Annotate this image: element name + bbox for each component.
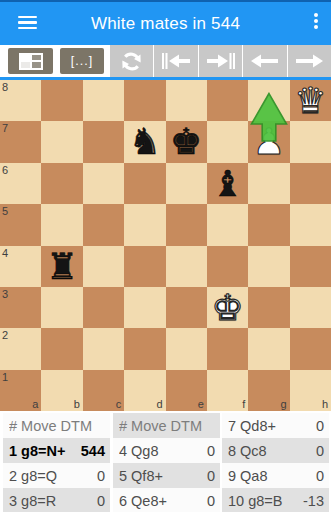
square-c2[interactable] [83, 328, 124, 369]
move-table-3: 7 Qd8+08 Qc809 Qa8010 g8=B-13 [222, 413, 329, 512]
rank-label: 1 [2, 372, 8, 383]
white-king-f3[interactable]: ♚ [207, 287, 248, 328]
square-g4[interactable] [248, 246, 289, 287]
square-g5[interactable] [248, 204, 289, 245]
move-row-6[interactable]: 6 Qe8+0 [113, 488, 220, 512]
go-to-end-button[interactable] [199, 45, 243, 77]
square-e8[interactable] [166, 80, 207, 121]
move-row-5[interactable]: 5 Qf8+0 [113, 463, 220, 488]
file-label: g [281, 399, 287, 410]
navigation-bar [110, 45, 331, 77]
rank-label: 2 [2, 330, 8, 341]
arrow-right-icon [294, 52, 324, 70]
rank-label: 7 [2, 123, 8, 134]
overflow-menu-icon[interactable] [311, 13, 321, 33]
page-title: White mates in 544 [0, 0, 331, 45]
move-row-4[interactable]: 4 Qg80 [113, 438, 220, 463]
square-e2[interactable] [166, 328, 207, 369]
square-f4[interactable] [207, 246, 248, 287]
square-g6[interactable] [248, 163, 289, 204]
square-h2[interactable] [290, 328, 331, 369]
move-row-10[interactable]: 10 g8=B-13 [222, 488, 329, 512]
square-a1[interactable]: 1a [0, 370, 41, 411]
square-d1[interactable]: d [124, 370, 165, 411]
square-b7[interactable] [41, 121, 82, 162]
file-label: b [74, 399, 80, 410]
move-table-header: # Move DTM [113, 413, 220, 438]
square-e5[interactable] [166, 204, 207, 245]
square-h6[interactable] [290, 163, 331, 204]
file-label: d [156, 399, 162, 410]
square-a2[interactable]: 2 [0, 328, 41, 369]
square-a7[interactable]: 7 [0, 121, 41, 162]
square-d6[interactable] [124, 163, 165, 204]
rank-label: 8 [2, 82, 8, 93]
square-b8[interactable] [41, 80, 82, 121]
square-e6[interactable] [166, 163, 207, 204]
move-row-9[interactable]: 9 Qa80 [222, 463, 329, 488]
jump-end-icon [206, 52, 236, 70]
rank-label: 5 [2, 206, 8, 217]
square-c5[interactable] [83, 204, 124, 245]
move-back-button[interactable] [243, 45, 287, 77]
square-e3[interactable] [166, 287, 207, 328]
black-bishop-f6[interactable]: ♝ [207, 163, 248, 204]
rank-label: 4 [2, 248, 8, 259]
square-c6[interactable] [83, 163, 124, 204]
square-c3[interactable] [83, 287, 124, 328]
tablebase-move-list: # Move DTM1 g8=N+5442 g8=Q03 g8=R0# Move… [0, 411, 331, 512]
square-c7[interactable] [83, 121, 124, 162]
square-h3[interactable] [290, 287, 331, 328]
toolbar: [...] [0, 45, 331, 77]
move-table-1: # Move DTM1 g8=N+5442 g8=Q03 g8=R0 [3, 413, 110, 512]
app-bar: White mates in 544 [0, 0, 331, 45]
menu-icon[interactable] [18, 16, 37, 29]
square-a6[interactable]: 6 [0, 163, 41, 204]
square-c1[interactable]: c [83, 370, 124, 411]
jump-start-icon [161, 52, 191, 70]
square-f1[interactable]: f [207, 370, 248, 411]
refresh-icon [119, 49, 144, 74]
black-rook-b4[interactable]: ♜ [41, 246, 82, 287]
square-c8[interactable] [83, 80, 124, 121]
square-a4[interactable]: 4 [0, 246, 41, 287]
square-d3[interactable] [124, 287, 165, 328]
move-row-3[interactable]: 3 g8=R0 [3, 488, 110, 512]
square-a8[interactable]: 8 [0, 80, 41, 121]
square-b5[interactable] [41, 204, 82, 245]
square-f5[interactable] [207, 204, 248, 245]
file-label: a [32, 399, 38, 410]
square-b1[interactable]: b [41, 370, 82, 411]
black-king-e7[interactable]: ♚ [166, 121, 207, 162]
square-d5[interactable] [124, 204, 165, 245]
square-a5[interactable]: 5 [0, 204, 41, 245]
arrow-left-icon [250, 52, 280, 70]
square-f2[interactable] [207, 328, 248, 369]
file-label: f [242, 399, 245, 410]
file-label: h [322, 399, 328, 410]
rank-label: 3 [2, 289, 8, 300]
move-row-7[interactable]: 7 Qd8+0 [222, 413, 329, 438]
board-grid-icon [19, 53, 43, 70]
square-h1[interactable]: h [290, 370, 331, 411]
white-pawn-g7[interactable]: ♟ [248, 121, 289, 162]
move-table-2: # Move DTM4 Qg805 Qf8+06 Qe8+0 [113, 413, 220, 512]
square-a3[interactable]: 3 [0, 287, 41, 328]
move-table-header: # Move DTM [3, 413, 110, 438]
square-f7[interactable] [207, 121, 248, 162]
square-b6[interactable] [41, 163, 82, 204]
white-queen-h8[interactable]: ♛ [290, 80, 331, 121]
square-d4[interactable] [124, 246, 165, 287]
square-e1[interactable]: e [166, 370, 207, 411]
app-screen: White mates in 544 [...] [0, 0, 331, 512]
square-g3[interactable] [248, 287, 289, 328]
square-g1[interactable]: g [248, 370, 289, 411]
board-setup-button[interactable] [8, 48, 53, 74]
black-knight-d7[interactable]: ♞ [124, 121, 165, 162]
square-b3[interactable] [41, 287, 82, 328]
square-e4[interactable] [166, 246, 207, 287]
file-label: c [116, 399, 122, 410]
square-d8[interactable] [124, 80, 165, 121]
rotate-refresh-button[interactable] [110, 45, 154, 77]
square-c4[interactable] [83, 246, 124, 287]
move-row-1[interactable]: 1 g8=N+544 [3, 438, 110, 463]
square-g2[interactable] [248, 328, 289, 369]
go-to-start-button[interactable] [154, 45, 198, 77]
square-f8[interactable] [207, 80, 248, 121]
move-row-2[interactable]: 2 g8=Q0 [3, 463, 110, 488]
move-row-8[interactable]: 8 Qc80 [222, 438, 329, 463]
square-b2[interactable] [41, 328, 82, 369]
square-h5[interactable] [290, 204, 331, 245]
file-label: e [198, 399, 204, 410]
variation-button[interactable]: [...] [60, 48, 104, 74]
square-d2[interactable] [124, 328, 165, 369]
move-forward-button[interactable] [288, 45, 331, 77]
rank-label: 6 [2, 165, 8, 176]
square-h7[interactable] [290, 121, 331, 162]
square-g8[interactable] [248, 80, 289, 121]
square-h4[interactable] [290, 246, 331, 287]
